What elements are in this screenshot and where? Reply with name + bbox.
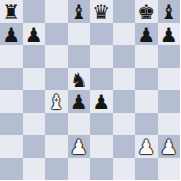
square-d5[interactable]: ♞ — [68, 68, 91, 91]
square-f7[interactable] — [113, 23, 136, 46]
square-b8[interactable] — [23, 0, 46, 23]
square-d3[interactable] — [68, 113, 91, 136]
square-f2[interactable] — [113, 135, 136, 158]
square-e8[interactable]: ♛ — [90, 0, 113, 23]
square-h5[interactable] — [158, 68, 181, 91]
square-h7[interactable]: ♟ — [158, 23, 181, 46]
square-f3[interactable] — [113, 113, 136, 136]
square-h8[interactable]: ♝ — [158, 0, 181, 23]
piece-black-queen-e8[interactable]: ♛ — [92, 1, 110, 24]
square-f4[interactable] — [113, 90, 136, 113]
piece-black-pawn-g7[interactable]: ♟ — [137, 24, 155, 47]
square-d4[interactable]: ♟ — [68, 90, 91, 113]
piece-black-king-g8[interactable]: ♚ — [137, 1, 155, 24]
square-g3[interactable] — [135, 113, 158, 136]
square-h1[interactable] — [158, 158, 181, 181]
square-h3[interactable] — [158, 113, 181, 136]
square-a1[interactable] — [0, 158, 23, 181]
square-h4[interactable] — [158, 90, 181, 113]
piece-white-bishop-c4[interactable]: ♝ — [47, 91, 65, 114]
square-a8[interactable]: ♜ — [0, 0, 23, 23]
square-c4[interactable]: ♝ — [45, 90, 68, 113]
square-a4[interactable] — [0, 90, 23, 113]
square-b6[interactable] — [23, 45, 46, 68]
square-g6[interactable] — [135, 45, 158, 68]
piece-white-pawn-g2[interactable]: ♟ — [137, 136, 155, 159]
square-b7[interactable]: ♟ — [23, 23, 46, 46]
square-b5[interactable] — [23, 68, 46, 91]
square-c2[interactable] — [45, 135, 68, 158]
square-g4[interactable] — [135, 90, 158, 113]
square-e6[interactable] — [90, 45, 113, 68]
square-b4[interactable] — [23, 90, 46, 113]
square-e3[interactable] — [90, 113, 113, 136]
square-e5[interactable] — [90, 68, 113, 91]
square-h6[interactable] — [158, 45, 181, 68]
square-a6[interactable] — [0, 45, 23, 68]
square-e1[interactable] — [90, 158, 113, 181]
square-c7[interactable] — [45, 23, 68, 46]
piece-black-pawn-a7[interactable]: ♟ — [2, 24, 20, 47]
square-h2[interactable]: ♟ — [158, 135, 181, 158]
square-d2[interactable]: ♟ — [68, 135, 91, 158]
square-f5[interactable] — [113, 68, 136, 91]
square-b2[interactable] — [23, 135, 46, 158]
square-g5[interactable] — [135, 68, 158, 91]
square-d7[interactable] — [68, 23, 91, 46]
square-d1[interactable] — [68, 158, 91, 181]
piece-black-bishop-d8[interactable]: ♝ — [70, 1, 88, 24]
square-b1[interactable] — [23, 158, 46, 181]
square-d8[interactable]: ♝ — [68, 0, 91, 23]
square-a2[interactable] — [0, 135, 23, 158]
piece-black-pawn-d4[interactable]: ♟ — [70, 91, 88, 114]
piece-white-pawn-h2[interactable]: ♟ — [160, 136, 178, 159]
piece-black-pawn-h7[interactable]: ♟ — [160, 24, 178, 47]
square-e7[interactable] — [90, 23, 113, 46]
square-a7[interactable]: ♟ — [0, 23, 23, 46]
chess-board: ♜♝♛♚♝♟♟♟♟♞♝♟♟♟♟♟ — [0, 0, 180, 180]
piece-white-pawn-d2[interactable]: ♟ — [70, 136, 88, 159]
square-d6[interactable] — [68, 45, 91, 68]
square-b3[interactable] — [23, 113, 46, 136]
piece-black-rook-a8[interactable]: ♜ — [2, 1, 20, 24]
piece-black-bishop-h8[interactable]: ♝ — [160, 1, 178, 24]
square-c8[interactable] — [45, 0, 68, 23]
square-g2[interactable]: ♟ — [135, 135, 158, 158]
square-g8[interactable]: ♚ — [135, 0, 158, 23]
piece-black-pawn-b7[interactable]: ♟ — [25, 24, 43, 47]
piece-black-pawn-e4[interactable]: ♟ — [92, 91, 110, 114]
piece-black-knight-d5[interactable]: ♞ — [70, 69, 88, 92]
square-c5[interactable] — [45, 68, 68, 91]
square-f1[interactable] — [113, 158, 136, 181]
square-a5[interactable] — [0, 68, 23, 91]
square-g1[interactable] — [135, 158, 158, 181]
square-a3[interactable] — [0, 113, 23, 136]
square-c6[interactable] — [45, 45, 68, 68]
square-e2[interactable] — [90, 135, 113, 158]
square-e4[interactable]: ♟ — [90, 90, 113, 113]
square-f6[interactable] — [113, 45, 136, 68]
square-c1[interactable] — [45, 158, 68, 181]
square-g7[interactable]: ♟ — [135, 23, 158, 46]
square-f8[interactable] — [113, 0, 136, 23]
square-c3[interactable] — [45, 113, 68, 136]
